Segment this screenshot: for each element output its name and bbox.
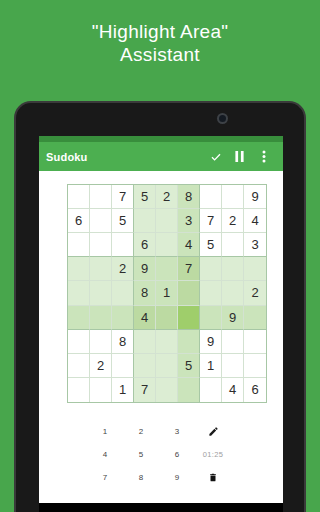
sudoku-cell-r4c9[interactable] <box>244 257 266 281</box>
caption-line1: "Highlight Area" <box>0 20 320 43</box>
sudoku-cell-r8c5[interactable] <box>156 354 178 378</box>
sudoku-cell-r7c6[interactable] <box>178 330 200 354</box>
numpad: 12345601:25789 <box>87 420 231 489</box>
numpad-digit-6[interactable]: 6 <box>159 443 195 466</box>
sudoku-cell-r8c2[interactable]: 2 <box>90 354 112 378</box>
sudoku-cell-r3c7[interactable]: 5 <box>200 233 222 257</box>
promo-caption: "Highlight Area" Assistant <box>0 20 320 66</box>
sudoku-cell-r3c1[interactable] <box>68 233 90 257</box>
sudoku-cell-r2c9[interactable]: 4 <box>244 209 266 233</box>
check-icon <box>210 151 222 163</box>
sudoku-cell-r4c3[interactable]: 2 <box>112 257 134 281</box>
sudoku-cell-r4c2[interactable] <box>90 257 112 281</box>
tablet-frame: Sudoku <box>14 101 306 512</box>
sudoku-cell-r6c2[interactable] <box>90 306 112 330</box>
sudoku-cell-r6c9[interactable] <box>244 306 266 330</box>
sudoku-cell-r3c4[interactable]: 6 <box>134 233 156 257</box>
sudoku-cell-r4c8[interactable] <box>222 257 244 281</box>
sudoku-cell-r1c1[interactable] <box>68 185 90 209</box>
sudoku-cell-r4c5[interactable] <box>156 257 178 281</box>
sudoku-cell-r7c8[interactable] <box>222 330 244 354</box>
sudoku-cell-r8c1[interactable] <box>68 354 90 378</box>
sudoku-cell-r2c6[interactable]: 3 <box>178 209 200 233</box>
numpad-digit-5[interactable]: 5 <box>123 443 159 466</box>
overflow-menu-icon <box>262 150 266 163</box>
sudoku-cell-r6c6-selected[interactable] <box>178 306 200 330</box>
sudoku-cell-r5c3[interactable] <box>112 281 134 305</box>
numpad-digit-3[interactable]: 3 <box>159 420 195 443</box>
sudoku-cell-r8c6[interactable]: 5 <box>178 354 200 378</box>
front-camera-icon <box>219 115 226 122</box>
sudoku-cell-r2c5[interactable] <box>156 209 178 233</box>
sudoku-cell-r1c2[interactable] <box>90 185 112 209</box>
sudoku-cell-r9c2[interactable] <box>90 378 112 402</box>
pause-button[interactable] <box>233 150 246 163</box>
pencil-button[interactable] <box>195 420 231 443</box>
sudoku-cell-r9c7[interactable] <box>200 378 222 402</box>
sudoku-cell-r6c4[interactable]: 4 <box>134 306 156 330</box>
sudoku-cell-r9c4[interactable]: 7 <box>134 378 156 402</box>
sudoku-cell-r1c6[interactable]: 8 <box>178 185 200 209</box>
sudoku-cell-r1c7[interactable] <box>200 185 222 209</box>
sudoku-cell-r5c9[interactable]: 2 <box>244 281 266 305</box>
sudoku-cell-r9c9[interactable]: 6 <box>244 378 266 402</box>
sudoku-cell-r3c8[interactable] <box>222 233 244 257</box>
sudoku-cell-r6c8[interactable]: 9 <box>222 306 244 330</box>
sudoku-cell-r2c2[interactable] <box>90 209 112 233</box>
sudoku-cell-r3c5[interactable] <box>156 233 178 257</box>
sudoku-cell-r2c7[interactable]: 7 <box>200 209 222 233</box>
app-title: Sudoku <box>46 151 209 163</box>
app-screen: Sudoku <box>39 136 283 503</box>
sudoku-cell-r9c5[interactable] <box>156 378 178 402</box>
sudoku-cell-r5c2[interactable] <box>90 281 112 305</box>
numpad-digit-1[interactable]: 1 <box>87 420 123 443</box>
appbar-actions <box>209 150 270 163</box>
sudoku-cell-r4c6[interactable]: 7 <box>178 257 200 281</box>
numpad-digit-2[interactable]: 2 <box>123 420 159 443</box>
sudoku-cell-r1c5[interactable]: 2 <box>156 185 178 209</box>
sudoku-cell-r4c4[interactable]: 9 <box>134 257 156 281</box>
nav-bar <box>39 503 283 512</box>
sudoku-cell-r3c9[interactable]: 3 <box>244 233 266 257</box>
sudoku-cell-r8c8[interactable] <box>222 354 244 378</box>
timer-label: 01:25 <box>195 443 231 466</box>
sudoku-cell-r8c9[interactable] <box>244 354 266 378</box>
sudoku-cell-r9c6[interactable] <box>178 378 200 402</box>
numpad-digit-9[interactable]: 9 <box>159 466 195 489</box>
sudoku-cell-r1c4[interactable]: 5 <box>134 185 156 209</box>
sudoku-cell-r6c5[interactable] <box>156 306 178 330</box>
sudoku-cell-r8c7[interactable]: 1 <box>200 354 222 378</box>
sudoku-cell-r3c6[interactable]: 4 <box>178 233 200 257</box>
sudoku-cell-r7c2[interactable] <box>90 330 112 354</box>
sudoku-cell-r1c9[interactable]: 9 <box>244 185 266 209</box>
sudoku-cell-r7c9[interactable] <box>244 330 266 354</box>
sudoku-cell-r9c3[interactable]: 1 <box>112 378 134 402</box>
sudoku-cell-r5c1[interactable] <box>68 281 90 305</box>
sudoku-cell-r6c1[interactable] <box>68 306 90 330</box>
sudoku-cell-r6c7[interactable] <box>200 306 222 330</box>
sudoku-board: 75289653724645329781249892511746 <box>67 184 267 403</box>
pause-icon <box>235 151 244 162</box>
sudoku-cell-r2c8[interactable]: 2 <box>222 209 244 233</box>
sudoku-cell-r6c3[interactable] <box>112 306 134 330</box>
check-button[interactable] <box>209 150 222 163</box>
sudoku-cell-r4c1[interactable] <box>68 257 90 281</box>
sudoku-cell-r2c1[interactable]: 6 <box>68 209 90 233</box>
sudoku-cell-r8c4[interactable] <box>134 354 156 378</box>
sudoku-cell-r1c3[interactable]: 7 <box>112 185 134 209</box>
sudoku-cell-r7c1[interactable] <box>68 330 90 354</box>
sudoku-cell-r4c7[interactable] <box>200 257 222 281</box>
sudoku-cell-r7c3[interactable]: 8 <box>112 330 134 354</box>
sudoku-cell-r2c4[interactable] <box>134 209 156 233</box>
app-bar: Sudoku <box>39 142 283 171</box>
trash-button[interactable] <box>195 466 231 489</box>
sudoku-cell-r5c6[interactable] <box>178 281 200 305</box>
caption-line2: Assistant <box>0 43 320 66</box>
sudoku-cell-r7c5[interactable] <box>156 330 178 354</box>
sudoku-cell-r1c8[interactable] <box>222 185 244 209</box>
sudoku-cell-r3c2[interactable] <box>90 233 112 257</box>
numpad-digit-8[interactable]: 8 <box>123 466 159 489</box>
sudoku-cell-r7c4[interactable] <box>134 330 156 354</box>
sudoku-cell-r9c1[interactable] <box>68 378 90 402</box>
numpad-digit-7[interactable]: 7 <box>87 466 123 489</box>
sudoku-cell-r9c8[interactable]: 4 <box>222 378 244 402</box>
sudoku-cell-r5c7[interactable] <box>200 281 222 305</box>
sudoku-cell-r5c5[interactable]: 1 <box>156 281 178 305</box>
sudoku-cell-r7c7[interactable]: 9 <box>200 330 222 354</box>
numpad-digit-4[interactable]: 4 <box>87 443 123 466</box>
sudoku-cell-r8c3[interactable] <box>112 354 134 378</box>
sudoku-cell-r2c3[interactable]: 5 <box>112 209 134 233</box>
overflow-menu-button[interactable] <box>257 150 270 163</box>
sudoku-cell-r3c3[interactable] <box>112 233 134 257</box>
sudoku-cell-r5c8[interactable] <box>222 281 244 305</box>
sudoku-cell-r5c4[interactable]: 8 <box>134 281 156 305</box>
